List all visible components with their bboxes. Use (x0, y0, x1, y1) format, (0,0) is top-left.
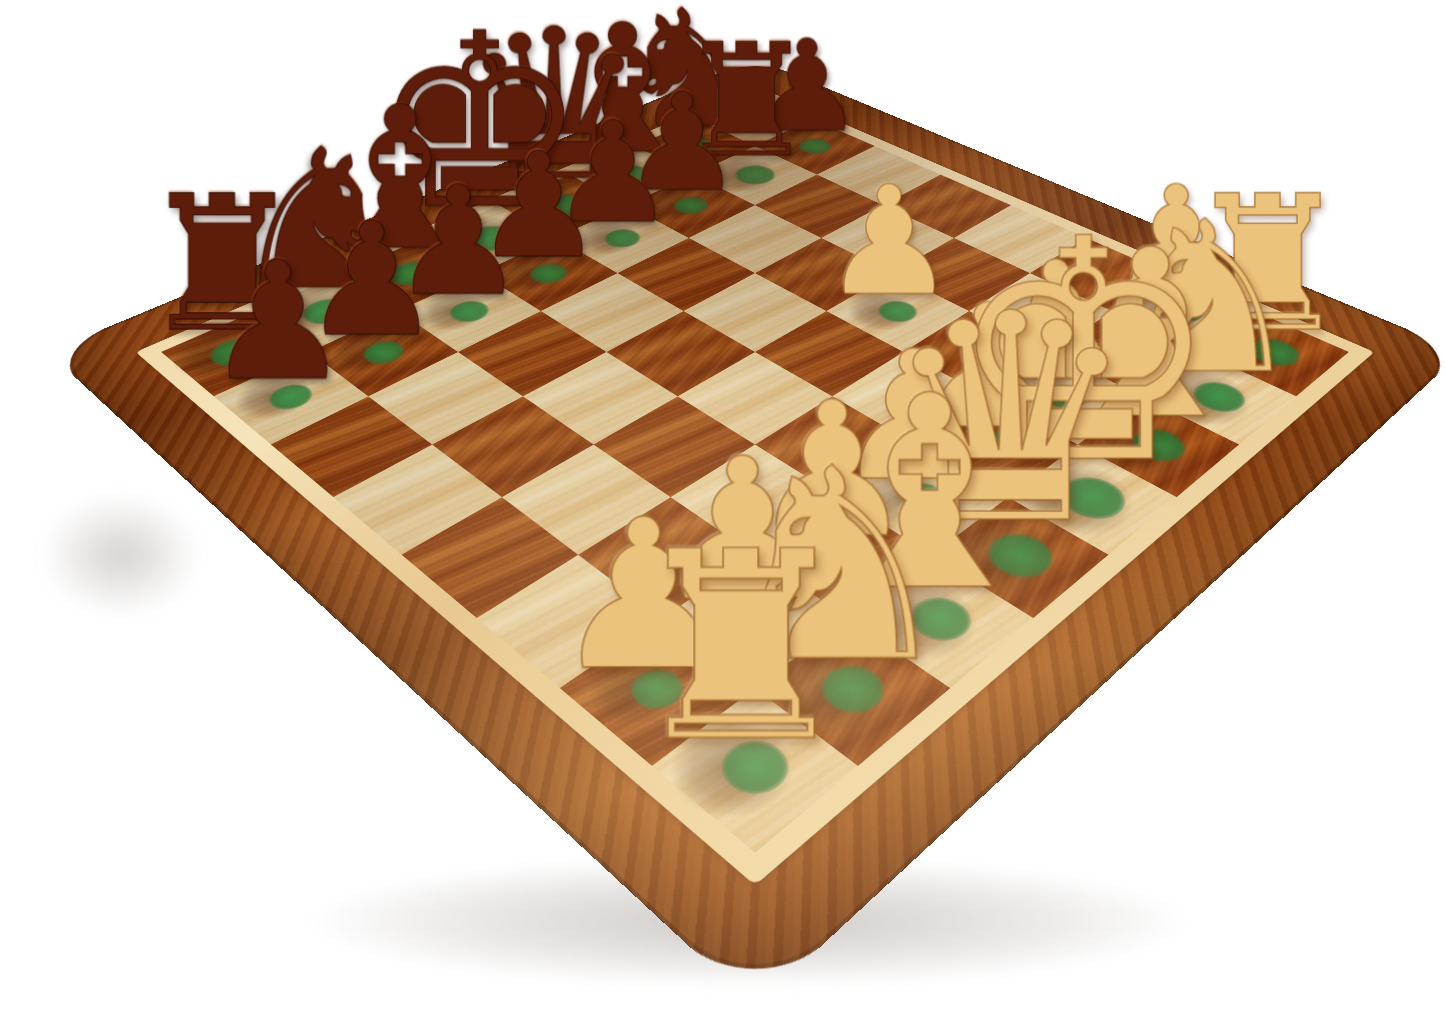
square-h6[interactable] (271, 396, 432, 497)
black-pawn-icon: ♟ (121, 239, 435, 402)
white-rook-icon: ♜ (531, 517, 951, 777)
board-drop-shadow-left (0, 470, 220, 640)
photo-scene: ♞♝♛♚♝♞♜♜♟♟♟♟♟♟♟♜♞♝♚♛♝♞♜♟♟♟♟♟♟♟♟ (0, 0, 1445, 1015)
